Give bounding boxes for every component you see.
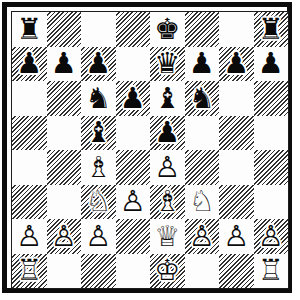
- square-f2[interactable]: ♙: [185, 219, 220, 254]
- piece-white-knight-f3[interactable]: ♘: [189, 187, 215, 216]
- piece-black-pawn-a7[interactable]: ♟: [16, 49, 42, 78]
- square-d1[interactable]: [116, 254, 151, 289]
- piece-white-king-e1[interactable]: ♔: [154, 256, 180, 285]
- square-h7[interactable]: ♟: [254, 47, 289, 82]
- square-h3[interactable]: [254, 185, 289, 220]
- piece-black-knight-c6[interactable]: ♞: [85, 84, 111, 113]
- piece-white-pawn-a2[interactable]: ♙: [16, 222, 42, 251]
- piece-white-pawn-g2[interactable]: ♙: [223, 222, 249, 251]
- square-f1[interactable]: [185, 254, 220, 289]
- square-a4[interactable]: [12, 150, 47, 185]
- square-c4[interactable]: ♗: [81, 150, 116, 185]
- piece-white-pawn-c2[interactable]: ♙: [85, 222, 111, 251]
- piece-black-king-e8[interactable]: ♚: [154, 15, 180, 44]
- square-e4[interactable]: ♙: [150, 150, 185, 185]
- square-e1[interactable]: ♔: [150, 254, 185, 289]
- square-h5[interactable]: [254, 116, 289, 151]
- piece-black-rook-h8[interactable]: ♜: [258, 15, 284, 44]
- square-e7[interactable]: ♛: [150, 47, 185, 82]
- piece-black-pawn-b7[interactable]: ♟: [51, 49, 77, 78]
- piece-black-bishop-e6[interactable]: ♝: [154, 84, 180, 113]
- square-b6[interactable]: [47, 81, 82, 116]
- square-d2[interactable]: [116, 219, 151, 254]
- square-a6[interactable]: [12, 81, 47, 116]
- square-f6[interactable]: ♞: [185, 81, 220, 116]
- square-c7[interactable]: ♟: [81, 47, 116, 82]
- square-a7[interactable]: ♟: [12, 47, 47, 82]
- square-g4[interactable]: [219, 150, 254, 185]
- square-e8[interactable]: ♚: [150, 12, 185, 47]
- square-b8[interactable]: [47, 12, 82, 47]
- square-h1[interactable]: ♖: [254, 254, 289, 289]
- piece-black-pawn-c7[interactable]: ♟: [85, 49, 111, 78]
- piece-black-bishop-c5[interactable]: ♝: [85, 118, 111, 147]
- piece-white-queen-e2[interactable]: ♕: [154, 222, 180, 251]
- square-c1[interactable]: [81, 254, 116, 289]
- square-g3[interactable]: [219, 185, 254, 220]
- square-d6[interactable]: ♟: [116, 81, 151, 116]
- square-c5[interactable]: ♝: [81, 116, 116, 151]
- square-g5[interactable]: [219, 116, 254, 151]
- square-b7[interactable]: ♟: [47, 47, 82, 82]
- square-e6[interactable]: ♝: [150, 81, 185, 116]
- piece-black-pawn-d6[interactable]: ♟: [120, 84, 146, 113]
- square-a5[interactable]: [12, 116, 47, 151]
- piece-black-pawn-g7[interactable]: ♟: [223, 49, 249, 78]
- square-a3[interactable]: [12, 185, 47, 220]
- square-f8[interactable]: [185, 12, 220, 47]
- square-a2[interactable]: ♙: [12, 219, 47, 254]
- piece-white-pawn-h2[interactable]: ♙: [258, 222, 284, 251]
- square-d3[interactable]: ♙: [116, 185, 151, 220]
- square-h8[interactable]: ♜: [254, 12, 289, 47]
- square-c2[interactable]: ♙: [81, 219, 116, 254]
- square-g2[interactable]: ♙: [219, 219, 254, 254]
- square-d7[interactable]: [116, 47, 151, 82]
- square-d8[interactable]: [116, 12, 151, 47]
- piece-black-knight-f6[interactable]: ♞: [189, 84, 215, 113]
- square-f5[interactable]: [185, 116, 220, 151]
- piece-white-rook-h1[interactable]: ♖: [258, 256, 284, 285]
- square-a8[interactable]: ♜: [12, 12, 47, 47]
- square-e3[interactable]: ♗: [150, 185, 185, 220]
- piece-white-bishop-e3[interactable]: ♗: [154, 187, 180, 216]
- piece-black-rook-a8[interactable]: ♜: [16, 15, 42, 44]
- square-b5[interactable]: [47, 116, 82, 151]
- square-b3[interactable]: [47, 185, 82, 220]
- piece-white-pawn-d3[interactable]: ♙: [120, 187, 146, 216]
- square-g8[interactable]: [219, 12, 254, 47]
- square-d4[interactable]: [116, 150, 151, 185]
- square-h2[interactable]: ♙: [254, 219, 289, 254]
- square-h4[interactable]: [254, 150, 289, 185]
- chess-board: ♜♚♜♟♟♟♛♟♟♟♞♟♝♞♝♟♗♙♘♙♗♘♙♙♙♕♙♙♙♖♔♖: [11, 11, 289, 289]
- square-a1[interactable]: ♖: [12, 254, 47, 289]
- piece-black-pawn-e5[interactable]: ♟: [154, 118, 180, 147]
- square-e5[interactable]: ♟: [150, 116, 185, 151]
- square-f7[interactable]: ♟: [185, 47, 220, 82]
- square-g7[interactable]: ♟: [219, 47, 254, 82]
- piece-white-rook-a1[interactable]: ♖: [16, 256, 42, 285]
- square-f4[interactable]: [185, 150, 220, 185]
- square-c6[interactable]: ♞: [81, 81, 116, 116]
- square-g1[interactable]: [219, 254, 254, 289]
- square-b1[interactable]: [47, 254, 82, 289]
- piece-black-pawn-h7[interactable]: ♟: [258, 49, 284, 78]
- square-f3[interactable]: ♘: [185, 185, 220, 220]
- piece-white-bishop-c4[interactable]: ♗: [85, 153, 111, 182]
- square-h6[interactable]: [254, 81, 289, 116]
- square-c8[interactable]: [81, 12, 116, 47]
- square-c3[interactable]: ♘: [81, 185, 116, 220]
- piece-white-pawn-e4[interactable]: ♙: [154, 153, 180, 182]
- square-d5[interactable]: [116, 116, 151, 151]
- square-g6[interactable]: [219, 81, 254, 116]
- piece-black-queen-e7[interactable]: ♛: [154, 49, 180, 78]
- square-b4[interactable]: [47, 150, 82, 185]
- piece-white-knight-c3[interactable]: ♘: [85, 187, 111, 216]
- piece-white-pawn-f2[interactable]: ♙: [189, 222, 215, 251]
- square-e2[interactable]: ♕: [150, 219, 185, 254]
- square-b2[interactable]: ♙: [47, 219, 82, 254]
- piece-black-pawn-f7[interactable]: ♟: [189, 49, 215, 78]
- piece-white-pawn-b2[interactable]: ♙: [51, 222, 77, 251]
